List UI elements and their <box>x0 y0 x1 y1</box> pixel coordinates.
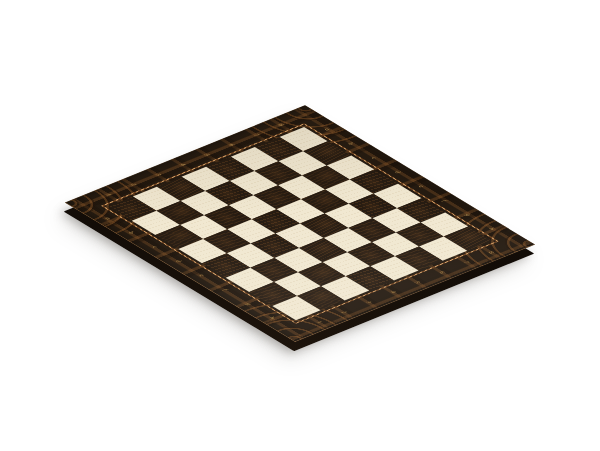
coordinate-file-c-far: c <box>371 156 379 160</box>
coordinate-rank-3-near: 3 <box>364 300 372 304</box>
chess-board: aabbccddeeffgghh1122334455667788 <box>65 105 536 342</box>
coordinate-file-h-near: h <box>268 316 276 320</box>
coordinate-rank-2-far: 2 <box>130 183 138 187</box>
coordinate-rank-5-near: 5 <box>413 280 421 284</box>
coordinate-rank-2-near: 2 <box>340 310 348 314</box>
coordinate-file-e-far: e <box>418 184 426 188</box>
coordinate-file-f-near: f <box>222 288 229 291</box>
coordinate-file-a-near: a <box>104 216 112 220</box>
coordinate-file-b-far: b <box>347 142 355 146</box>
coordinate-file-d-near: d <box>175 259 183 263</box>
coordinate-rank-8-far: 8 <box>277 123 285 127</box>
coordinate-rank-1-near: 1 <box>315 320 323 324</box>
coordinate-rank-6-far: 6 <box>228 143 236 147</box>
coordinate-rank-4-near: 4 <box>389 290 397 294</box>
coordinate-rank-5-far: 5 <box>203 153 211 157</box>
coordinate-rank-4-far: 4 <box>179 163 187 167</box>
coordinate-file-h-far: h <box>488 227 496 231</box>
coordinate-rank-7-far: 7 <box>252 133 260 137</box>
photo-background: aabbccddeeffgghh1122334455667788 <box>0 0 600 451</box>
coordinate-file-g-near: g <box>245 302 253 306</box>
coordinate-file-b-near: b <box>128 231 136 235</box>
coordinate-rank-6-near: 6 <box>438 270 446 274</box>
coordinate-rank-8-near: 8 <box>487 251 495 255</box>
coordinate-file-f-far: f <box>441 199 448 202</box>
coordinate-file-c-near: c <box>151 245 159 249</box>
coordinate-rank-1-far: 1 <box>105 193 113 197</box>
coordinate-rank-3-far: 3 <box>154 173 162 177</box>
coordinate-file-g-far: g <box>464 213 472 217</box>
coordinate-file-a-far: a <box>324 127 332 131</box>
coordinate-file-d-far: d <box>394 170 402 174</box>
coordinate-rank-7-near: 7 <box>462 261 470 265</box>
coordinate-file-e-near: e <box>198 273 206 277</box>
